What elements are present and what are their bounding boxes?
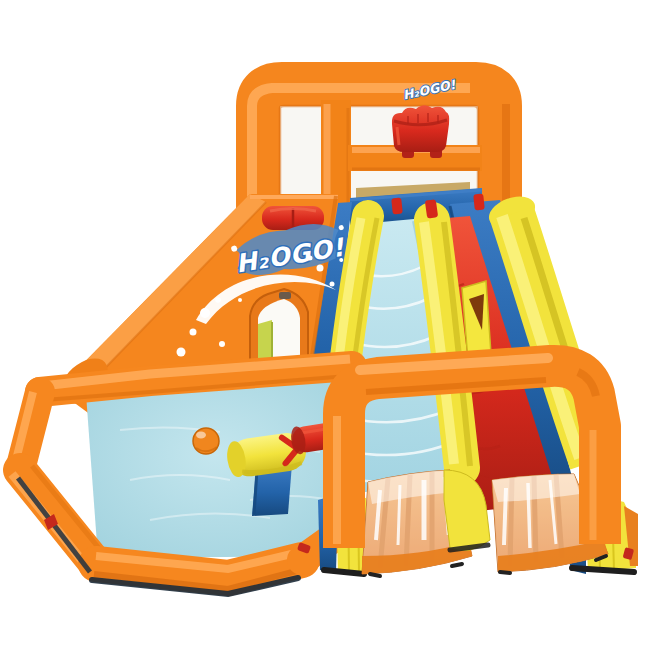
- tipping-bucket: [392, 105, 449, 158]
- handle-fin: [462, 281, 491, 360]
- pool-front-left-rim: [20, 470, 96, 564]
- splash-pool: [12, 350, 352, 594]
- red-strap-tab: [391, 198, 403, 215]
- ball-body: [193, 428, 219, 454]
- mat-foot-mark: [370, 574, 380, 576]
- red-strap-tab: [473, 194, 485, 211]
- climb-handle: [462, 281, 491, 360]
- play-ball: [193, 428, 219, 454]
- doorway-peak-handle: [279, 292, 291, 299]
- left-foot-base: [324, 570, 364, 574]
- product-photo-inflatable-water-park: H₂OGO!: [0, 0, 650, 650]
- mat-foot-mark: [452, 564, 462, 566]
- mat-foot-mark: [500, 572, 510, 573]
- bucket-highlight: [397, 127, 399, 145]
- ball-highlight: [196, 432, 206, 439]
- right-foot-base: [572, 568, 634, 572]
